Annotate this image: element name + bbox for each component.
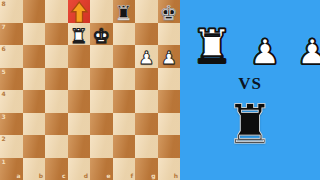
square-a5[interactable]: 5: [0, 68, 23, 91]
rank-label-7: 7: [2, 24, 6, 30]
white-pawn-icon: ♟: [297, 35, 320, 70]
square-e1[interactable]: e: [90, 158, 113, 181]
square-e4[interactable]: [90, 90, 113, 113]
square-c7[interactable]: [45, 23, 68, 46]
file-label-f: f: [130, 173, 133, 179]
square-b5[interactable]: [23, 68, 46, 91]
chess-board[interactable]: 8♜♚7♜♚6♟♟54321abcdefgh: [0, 0, 180, 180]
file-label-h: h: [174, 173, 178, 179]
square-d6[interactable]: [68, 45, 91, 68]
move-arrow-icon: [68, 0, 91, 23]
rank-label-8: 8: [2, 1, 6, 7]
rank-label-5: 5: [2, 69, 6, 75]
square-f6[interactable]: [113, 45, 136, 68]
square-g5[interactable]: [135, 68, 158, 91]
white-pawn-icon: ♟: [158, 47, 181, 70]
square-a4[interactable]: 4: [0, 90, 23, 113]
square-b8[interactable]: [23, 0, 46, 23]
square-d7[interactable]: ♜: [68, 23, 91, 46]
square-c1[interactable]: c: [45, 158, 68, 181]
square-d4[interactable]: [68, 90, 91, 113]
square-h5[interactable]: [158, 68, 181, 91]
square-f3[interactable]: [113, 113, 136, 136]
rank-label-6: 6: [2, 46, 6, 52]
square-g4[interactable]: [135, 90, 158, 113]
square-a1[interactable]: 1a: [0, 158, 23, 181]
square-e3[interactable]: [90, 113, 113, 136]
square-a6[interactable]: 6: [0, 45, 23, 68]
rank-label-4: 4: [2, 91, 6, 97]
square-g3[interactable]: [135, 113, 158, 136]
square-c5[interactable]: [45, 68, 68, 91]
square-c2[interactable]: [45, 135, 68, 158]
square-b1[interactable]: b: [23, 158, 46, 181]
white-pawn-icon: ♟: [249, 35, 280, 70]
square-f5[interactable]: [113, 68, 136, 91]
white-rook-icon: ♜: [68, 24, 91, 47]
square-a7[interactable]: 7: [0, 23, 23, 46]
square-c3[interactable]: [45, 113, 68, 136]
black-rook-icon: ♜: [113, 2, 136, 25]
square-h4[interactable]: [158, 90, 181, 113]
square-c6[interactable]: [45, 45, 68, 68]
square-g7[interactable]: [135, 23, 158, 46]
square-g2[interactable]: [135, 135, 158, 158]
square-h3[interactable]: [158, 113, 181, 136]
square-h8[interactable]: ♚: [158, 0, 181, 23]
square-d2[interactable]: [68, 135, 91, 158]
square-g1[interactable]: g: [135, 158, 158, 181]
square-d3[interactable]: [68, 113, 91, 136]
square-h2[interactable]: [158, 135, 181, 158]
square-h6[interactable]: ♟: [158, 45, 181, 68]
square-d1[interactable]: d: [68, 158, 91, 181]
square-e6[interactable]: [90, 45, 113, 68]
file-label-g: g: [151, 173, 155, 179]
square-b2[interactable]: [23, 135, 46, 158]
square-f8[interactable]: ♜: [113, 0, 136, 23]
file-label-e: e: [106, 173, 110, 179]
file-label-d: d: [84, 173, 88, 179]
square-c4[interactable]: [45, 90, 68, 113]
square-a8[interactable]: 8: [0, 0, 23, 23]
square-b6[interactable]: [23, 45, 46, 68]
white-king-icon: ♚: [90, 24, 113, 47]
rank-label-3: 3: [2, 114, 6, 120]
white-side-pieces: ♜ ♟ ♟: [180, 6, 320, 70]
square-e5[interactable]: [90, 68, 113, 91]
square-b4[interactable]: [23, 90, 46, 113]
square-e7[interactable]: ♚: [90, 23, 113, 46]
rank-label-2: 2: [2, 136, 6, 142]
square-f7[interactable]: [113, 23, 136, 46]
square-d8[interactable]: [68, 0, 91, 23]
screenshot-root: 8♜♚7♜♚6♟♟54321abcdefgh ♜ ♟ ♟ VS ♜: [0, 0, 320, 180]
white-rook-icon: ♜: [191, 23, 233, 70]
file-label-a: a: [16, 173, 20, 179]
file-label-b: b: [39, 173, 43, 179]
square-b3[interactable]: [23, 113, 46, 136]
square-h1[interactable]: h: [158, 158, 181, 181]
file-label-c: c: [62, 173, 66, 179]
square-e8[interactable]: [90, 0, 113, 23]
rank-label-1: 1: [2, 159, 6, 165]
square-g8[interactable]: [135, 0, 158, 23]
square-a2[interactable]: 2: [0, 135, 23, 158]
square-a3[interactable]: 3: [0, 113, 23, 136]
square-h7[interactable]: [158, 23, 181, 46]
square-f4[interactable]: [113, 90, 136, 113]
square-e2[interactable]: [90, 135, 113, 158]
matchup-panel: ♜ ♟ ♟ VS ♜: [180, 0, 320, 180]
vs-label: VS: [180, 74, 320, 94]
square-f1[interactable]: f: [113, 158, 136, 181]
black-side-pieces: ♜: [180, 98, 320, 152]
square-b7[interactable]: [23, 23, 46, 46]
black-king-icon: ♚: [158, 2, 181, 25]
square-g6[interactable]: ♟: [135, 45, 158, 68]
square-d5[interactable]: [68, 68, 91, 91]
black-rook-icon: ♜: [226, 93, 274, 156]
square-f2[interactable]: [113, 135, 136, 158]
white-pawn-icon: ♟: [135, 47, 158, 70]
square-c8[interactable]: [45, 0, 68, 23]
